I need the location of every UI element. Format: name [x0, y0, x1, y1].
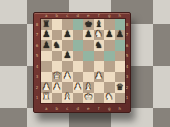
square-f3[interactable]: ♟: [94, 72, 105, 83]
square-d2[interactable]: ♟: [73, 82, 84, 93]
piece-white-king-e1[interactable]: ♚: [84, 93, 92, 102]
piece-white-knight-f7[interactable]: ♞: [95, 30, 103, 39]
square-d8[interactable]: [73, 19, 84, 30]
square-h5[interactable]: [115, 51, 126, 62]
coord-label-file-h: h: [115, 105, 126, 111]
piece-black-bishop-f8[interactable]: ♝: [95, 19, 103, 28]
chess-board: ♜♚♝♟♟♟♞♟♟♟♞♞♟♛♟♟♟♟♟♝♛♜♝♚♞: [40, 18, 126, 104]
chess-board-frame: abcdefgh abcdefgh 87654321 87654321 ♜♚♝♟…: [33, 12, 131, 113]
coord-label-file-f: f: [94, 105, 105, 111]
square-b5[interactable]: [52, 51, 63, 62]
square-a5[interactable]: [41, 51, 52, 62]
piece-black-pawn-a6[interactable]: ♟: [42, 40, 50, 49]
square-f5[interactable]: [94, 51, 105, 62]
square-f6[interactable]: ♞: [94, 40, 105, 51]
square-b6[interactable]: ♞: [52, 40, 63, 51]
piece-black-pawn-g7[interactable]: ♟: [105, 30, 113, 39]
piece-black-knight-b6[interactable]: ♞: [53, 40, 61, 49]
piece-white-queen-b3[interactable]: ♛: [53, 72, 61, 81]
square-f2[interactable]: [94, 82, 105, 93]
piece-black-pawn-c7[interactable]: ♟: [63, 30, 71, 39]
coord-label-file-a: a: [41, 105, 52, 111]
square-g5[interactable]: [104, 51, 115, 62]
piece-black-knight-f6[interactable]: ♞: [95, 40, 103, 49]
coord-label-file-g: g: [104, 105, 115, 111]
piece-white-pawn-f3[interactable]: ♟: [95, 72, 103, 81]
square-e7[interactable]: ♟: [83, 30, 94, 41]
piece-black-pawn-a7[interactable]: ♟: [42, 30, 50, 39]
square-a4[interactable]: [41, 61, 52, 72]
square-h7[interactable]: ♟: [115, 30, 126, 41]
piece-black-pawn-h7[interactable]: ♟: [116, 30, 124, 39]
square-h6[interactable]: [115, 40, 126, 51]
piece-white-pawn-c3[interactable]: ♟: [63, 72, 71, 81]
square-d4[interactable]: [73, 61, 84, 72]
piece-white-pawn-b2[interactable]: ♟: [53, 82, 61, 91]
square-h4[interactable]: [115, 61, 126, 72]
square-d6[interactable]: [73, 40, 84, 51]
piece-black-queen-h2[interactable]: ♛: [116, 82, 124, 91]
piece-white-knight-g1[interactable]: ♞: [105, 93, 113, 102]
square-g4[interactable]: [104, 61, 115, 72]
square-b2[interactable]: ♟: [52, 82, 63, 93]
square-e4[interactable]: [83, 61, 94, 72]
square-d7[interactable]: [73, 30, 84, 41]
square-c5[interactable]: ♟: [62, 51, 73, 62]
piece-white-pawn-a2[interactable]: ♟: [42, 82, 50, 91]
piece-white-rook-a1[interactable]: ♜: [42, 93, 50, 102]
piece-white-pawn-d2[interactable]: ♟: [74, 82, 82, 91]
square-g6[interactable]: [104, 40, 115, 51]
square-d5[interactable]: [73, 51, 84, 62]
square-b8[interactable]: [52, 19, 63, 30]
square-g7[interactable]: ♟: [104, 30, 115, 41]
piece-black-pawn-c5[interactable]: ♟: [63, 51, 71, 60]
square-c1[interactable]: ♝: [62, 93, 73, 104]
square-c3[interactable]: ♟: [62, 72, 73, 83]
coord-label-file-e: e: [83, 105, 94, 111]
square-g1[interactable]: ♞: [104, 93, 115, 104]
square-e1[interactable]: ♚: [83, 93, 94, 104]
piece-black-king-e8[interactable]: ♚: [84, 19, 92, 28]
square-h2[interactable]: ♛: [115, 82, 126, 93]
piece-white-bishop-c1[interactable]: ♝: [63, 93, 71, 102]
square-f1[interactable]: [94, 93, 105, 104]
square-h1[interactable]: [115, 93, 126, 104]
piece-black-rook-a8[interactable]: ♜: [42, 19, 50, 28]
piece-white-bishop-e2[interactable]: ♝: [84, 82, 92, 91]
square-e5[interactable]: [83, 51, 94, 62]
piece-black-pawn-e7[interactable]: ♟: [84, 30, 92, 39]
square-a1[interactable]: ♜: [41, 93, 52, 104]
square-d1[interactable]: [73, 93, 84, 104]
square-g3[interactable]: [104, 72, 115, 83]
square-c7[interactable]: ♟: [62, 30, 73, 41]
square-a6[interactable]: ♟: [41, 40, 52, 51]
coord-label-file-d: d: [73, 105, 84, 111]
file-labels-bottom: abcdefgh: [41, 105, 125, 111]
coord-label-file-b: b: [52, 105, 63, 111]
coord-label-file-c: c: [62, 105, 73, 111]
square-e6[interactable]: [83, 40, 94, 51]
square-b1[interactable]: [52, 93, 63, 104]
